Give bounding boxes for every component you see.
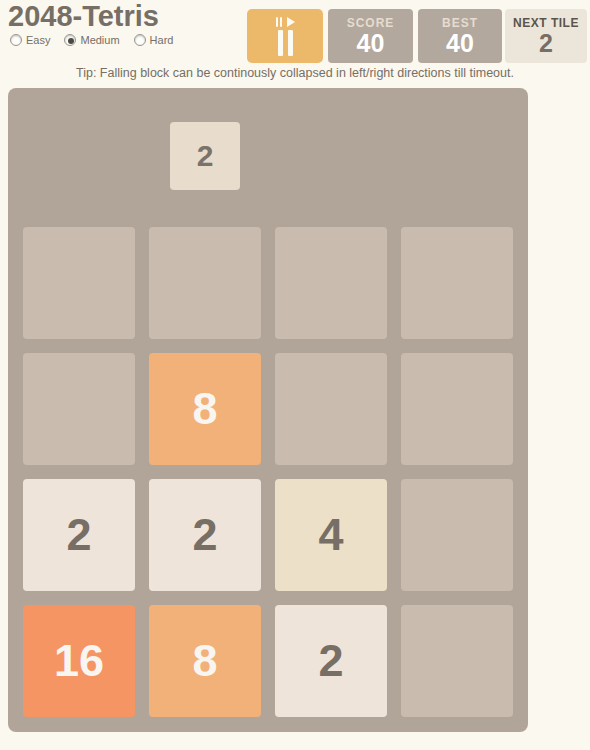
- difficulty-radio-medium[interactable]: [64, 34, 76, 46]
- pause-button[interactable]: [247, 9, 323, 63]
- best-value: 40: [446, 30, 474, 56]
- difficulty-radio-easy[interactable]: [10, 34, 22, 46]
- tile-8: 8: [149, 353, 261, 465]
- empty-cell: [23, 227, 135, 339]
- difficulty-medium[interactable]: Medium: [64, 34, 119, 46]
- best-box: BEST 40: [418, 9, 502, 63]
- tile-2: 2: [275, 605, 387, 717]
- tile-2: 2: [149, 479, 261, 591]
- pause-play-icon: [276, 16, 295, 27]
- difficulty-options: EasyMediumHard: [10, 34, 181, 46]
- falling-zone: 2: [23, 103, 513, 213]
- difficulty-label: Hard: [150, 34, 174, 46]
- tile-2: 2: [23, 479, 135, 591]
- empty-cell: [401, 479, 513, 591]
- empty-cell: [275, 227, 387, 339]
- score-label: SCORE: [347, 16, 395, 30]
- tile-16: 16: [23, 605, 135, 717]
- difficulty-label: Medium: [80, 34, 119, 46]
- empty-cell: [275, 353, 387, 465]
- difficulty-easy[interactable]: Easy: [10, 34, 50, 46]
- empty-cell: [401, 605, 513, 717]
- best-label: BEST: [442, 16, 478, 30]
- difficulty-label: Easy: [26, 34, 50, 46]
- empty-cell: [401, 227, 513, 339]
- tile-4: 4: [275, 479, 387, 591]
- difficulty-radio-hard[interactable]: [134, 34, 146, 46]
- game-board[interactable]: 2 82241682: [8, 88, 528, 732]
- next-tile-label: NEXT TILE: [513, 16, 579, 30]
- pause-icon: [278, 30, 293, 56]
- score-box: SCORE 40: [328, 9, 413, 63]
- score-value: 40: [357, 30, 385, 56]
- tile-grid: 82241682: [23, 227, 513, 717]
- difficulty-hard[interactable]: Hard: [134, 34, 174, 46]
- empty-cell: [149, 227, 261, 339]
- tile-8: 8: [149, 605, 261, 717]
- page-title: 2048-Tetris: [8, 0, 159, 33]
- next-tile-box: NEXT TILE 2: [505, 9, 587, 63]
- falling-tile: 2: [170, 122, 240, 190]
- empty-cell: [23, 353, 135, 465]
- next-tile-value: 2: [539, 30, 553, 56]
- empty-cell: [401, 353, 513, 465]
- tip-text: Tip: Falling block can be continously co…: [0, 66, 590, 80]
